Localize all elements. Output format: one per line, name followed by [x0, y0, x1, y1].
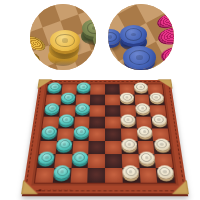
square-r5c3[interactable]: [88, 141, 105, 154]
cream-piece[interactable]: [156, 165, 174, 179]
square-r2c4[interactable]: [105, 105, 120, 116]
square-r0c4[interactable]: [105, 84, 120, 94]
checkers-board-scene: ▪ ·· ············: [22, 74, 188, 187]
square-r3c5[interactable]: [120, 117, 136, 129]
cream-piece[interactable]: [121, 114, 136, 125]
cream-piece[interactable]: [149, 92, 164, 102]
square-r7c5[interactable]: [122, 168, 140, 183]
square-r7c1[interactable]: [53, 168, 71, 183]
square-r0c2[interactable]: [76, 84, 91, 94]
cream-piece[interactable]: [138, 151, 155, 164]
blue-checker-front: [123, 46, 156, 69]
square-r1c4[interactable]: [105, 95, 120, 106]
square-r5c7[interactable]: [153, 141, 171, 154]
square-r6c4[interactable]: [105, 154, 122, 168]
square-r4c6[interactable]: [136, 128, 153, 140]
teal-piece[interactable]: [45, 103, 60, 113]
square-r6c0[interactable]: [37, 154, 55, 168]
square-r7c2[interactable]: [70, 168, 88, 183]
square-r1c3[interactable]: [90, 95, 105, 106]
square-r3c4[interactable]: [105, 117, 121, 129]
product-photo: ▪ ·· ············: [0, 0, 200, 200]
square-r4c0[interactable]: [41, 128, 58, 140]
square-r0c6[interactable]: [133, 84, 148, 94]
square-r3c7[interactable]: [151, 117, 168, 129]
makers-mark: ▪ ·· ············: [38, 187, 72, 192]
square-r7c6[interactable]: [139, 168, 157, 183]
cream-piece[interactable]: [134, 82, 148, 91]
square-r3c3[interactable]: [89, 117, 105, 129]
cream-piece[interactable]: [135, 103, 150, 113]
teal-piece[interactable]: [76, 82, 90, 91]
square-r1c1[interactable]: [60, 95, 76, 106]
cream-piece[interactable]: [151, 114, 167, 125]
inset-photo-blue-pink: [108, 4, 174, 70]
square-r1c7[interactable]: [149, 95, 165, 106]
blue-checker-stack-top: [120, 25, 147, 44]
square-r2c6[interactable]: [135, 105, 151, 116]
square-r3c1[interactable]: [58, 117, 74, 129]
playing-field: [34, 84, 176, 184]
square-r2c0[interactable]: [44, 105, 60, 116]
teal-piece[interactable]: [41, 126, 57, 138]
cream-piece[interactable]: [121, 138, 137, 150]
square-r4c4[interactable]: [105, 128, 121, 140]
inset-photo-yellow-green: [30, 4, 96, 70]
square-r6c3[interactable]: [88, 154, 105, 168]
square-r6c2[interactable]: [71, 154, 88, 168]
square-r6c6[interactable]: [138, 154, 156, 168]
square-r4c2[interactable]: [73, 128, 90, 140]
square-r1c5[interactable]: [120, 95, 135, 106]
square-r5c5[interactable]: [121, 141, 138, 154]
square-r2c2[interactable]: [74, 105, 90, 116]
square-r7c4[interactable]: [105, 168, 122, 183]
checkers-board: ▪ ·· ············: [22, 80, 187, 193]
teal-piece[interactable]: [72, 151, 88, 164]
cream-piece[interactable]: [120, 92, 134, 102]
teal-piece[interactable]: [59, 114, 75, 125]
teal-piece[interactable]: [75, 103, 90, 113]
teal-piece[interactable]: [61, 92, 76, 102]
cream-piece[interactable]: [137, 126, 153, 138]
teal-piece[interactable]: [38, 151, 55, 164]
square-r5c1[interactable]: [55, 141, 72, 154]
square-r5c4[interactable]: [105, 141, 122, 154]
yellow-checker-stack-top: [50, 30, 80, 51]
square-r7c3[interactable]: [88, 168, 105, 183]
square-r0c3[interactable]: [90, 84, 105, 94]
teal-piece[interactable]: [53, 165, 70, 179]
cream-piece[interactable]: [153, 138, 170, 150]
cream-piece[interactable]: [122, 165, 139, 179]
teal-piece[interactable]: [47, 82, 62, 91]
square-r7c0[interactable]: [35, 168, 54, 183]
square-r4c3[interactable]: [89, 128, 105, 140]
square-r7c7[interactable]: [156, 168, 175, 183]
teal-piece[interactable]: [73, 126, 89, 138]
teal-piece[interactable]: [56, 138, 72, 150]
square-r2c3[interactable]: [90, 105, 105, 116]
square-r0c0[interactable]: [47, 84, 63, 94]
